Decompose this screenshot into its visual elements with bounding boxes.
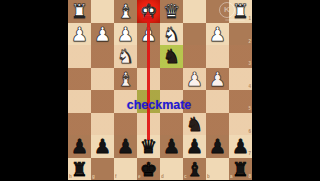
piece-black-knight: ♞ [160,45,183,68]
piece-white-pawn: ♟ [68,23,91,46]
square-e8: ♚e [137,158,160,181]
piece-black-pawn: ♟ [114,135,137,158]
red-arrow-shaft [147,20,150,140]
piece-black-pawn: ♟ [183,135,206,158]
square-h8: ♜h [68,158,91,181]
piece-white-queen: ♛ [160,0,183,23]
square-h7: ♟ [68,135,91,158]
square-a4: 4 [229,68,252,91]
square-h2: ♟ [68,23,91,46]
square-f1: ♝ [114,0,137,23]
piece-black-pawn: ♟ [91,135,114,158]
square-f7: ♟ [114,135,137,158]
square-d6 [160,113,183,136]
square-h6 [68,113,91,136]
square-f2: ♟ [114,23,137,46]
rank-coordinate: 3 [248,62,251,67]
channel-watermark: K [219,2,245,21]
piece-white-pawn: ♟ [91,23,114,46]
square-c1 [183,0,206,23]
checkmate-label: checkmate [104,98,214,112]
square-g3 [91,45,114,68]
file-coordinate: e [138,175,141,180]
square-h5 [68,90,91,113]
piece-white-knight: ♞ [114,45,137,68]
file-coordinate: d [161,175,164,180]
square-d3: ♞ [160,45,183,68]
file-coordinate: c [184,175,187,180]
piece-black-knight: ♞ [183,113,206,136]
square-b8: b [206,158,229,181]
square-a2: 2 [229,23,252,46]
letterbox-right [252,0,320,180]
watermark-caption [225,19,245,21]
piece-white-pawn: ♟ [206,23,229,46]
rank-coordinate: 6 [248,130,251,135]
file-coordinate: b [207,175,210,180]
file-coordinate: a [230,175,233,180]
rank-coordinate: 1 [248,17,251,22]
square-c6: ♞ [183,113,206,136]
square-d7: ♟ [160,135,183,158]
square-a8: ♜8a [229,158,252,181]
square-b4: ♟ [206,68,229,91]
square-a7: ♟7 [229,135,252,158]
square-c2 [183,23,206,46]
square-c4: ♟ [183,68,206,91]
rank-coordinate: 2 [248,40,251,45]
square-g8: g [91,158,114,181]
piece-black-pawn: ♟ [68,135,91,158]
rank-coordinate: 7 [248,152,251,157]
square-a5: 5 [229,90,252,113]
piece-white-rook: ♜ [68,0,91,23]
piece-white-bishop: ♝ [114,0,137,23]
square-c8: ♝c [183,158,206,181]
square-f8: f [114,158,137,181]
video-frame: ♜♝♚♛♜1♟♟♟♟♞♟2♞♞3♝♟♟45♞6♟♟♟♛♟♟♟♟7♜hgf♚ed♝… [0,0,320,180]
square-f3: ♞ [114,45,137,68]
watermark-logo-icon: K [219,2,235,18]
square-g6 [91,113,114,136]
file-coordinate: h [69,175,72,180]
piece-white-bishop: ♝ [114,68,137,91]
rank-coordinate: 8 [248,175,251,180]
piece-black-pawn: ♟ [160,135,183,158]
chess-board: ♜♝♚♛♜1♟♟♟♟♞♟2♞♞3♝♟♟45♞6♟♟♟♛♟♟♟♟7♜hgf♚ed♝… [68,0,252,180]
red-arrow-head [142,11,154,21]
square-b3 [206,45,229,68]
piece-white-pawn: ♟ [206,68,229,91]
piece-white-knight: ♞ [160,23,183,46]
rank-coordinate: 5 [248,107,251,112]
letterbox-left [0,0,68,180]
file-coordinate: f [115,175,117,180]
square-c3 [183,45,206,68]
square-g4 [91,68,114,91]
square-h3 [68,45,91,68]
square-d4 [160,68,183,91]
square-d8: d [160,158,183,181]
square-a3: 3 [229,45,252,68]
square-b6 [206,113,229,136]
square-c7: ♟ [183,135,206,158]
square-g1 [91,0,114,23]
square-a6: 6 [229,113,252,136]
square-g2: ♟ [91,23,114,46]
rank-coordinate: 4 [248,85,251,90]
file-coordinate: g [92,175,95,180]
square-b2: ♟ [206,23,229,46]
square-h1: ♜ [68,0,91,23]
square-g7: ♟ [91,135,114,158]
square-f6 [114,113,137,136]
square-d2: ♞ [160,23,183,46]
piece-black-pawn: ♟ [206,135,229,158]
square-f4: ♝ [114,68,137,91]
square-d1: ♛ [160,0,183,23]
square-b7: ♟ [206,135,229,158]
square-h4 [68,68,91,91]
piece-white-pawn: ♟ [114,23,137,46]
piece-white-pawn: ♟ [183,68,206,91]
